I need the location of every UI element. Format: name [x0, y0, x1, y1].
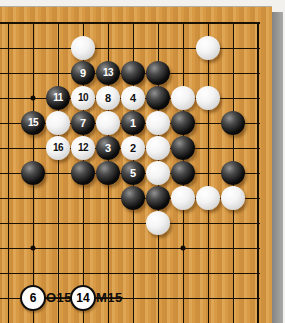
move-number: 16	[53, 143, 63, 153]
stone-L15	[46, 111, 70, 135]
go-board: 6O1514M1591311108415711612325	[0, 0, 285, 323]
stone-P16	[146, 86, 170, 110]
stone-R16	[196, 86, 220, 110]
grid-line-row-9	[0, 273, 260, 274]
stone-L16: 11	[46, 86, 70, 110]
caption-move-point-14: M15	[96, 290, 123, 305]
stone-P17	[146, 61, 170, 85]
stone-N16: 8	[96, 86, 120, 110]
move-number: 12	[78, 143, 88, 153]
grid-line-row-10	[0, 248, 260, 249]
caption-move-number: 6	[30, 292, 37, 304]
move-number: 5	[130, 168, 136, 179]
stone-K15: 15	[21, 111, 45, 135]
stone-M18	[71, 36, 95, 60]
stone-S15	[221, 111, 245, 135]
caption-move-stone-6: 6	[20, 285, 46, 311]
go-diagram: 6O1514M1591311108415711612325	[0, 0, 285, 323]
stone-O17	[121, 61, 145, 85]
stone-K13	[21, 161, 45, 185]
stone-L14: 16	[46, 136, 70, 160]
stone-N17: 13	[96, 61, 120, 85]
grid-line-col-J	[8, 23, 9, 323]
move-number: 15	[28, 118, 38, 128]
star-point-K16	[31, 96, 36, 101]
stone-Q12	[171, 186, 195, 210]
stone-S12	[221, 186, 245, 210]
move-number: 3	[105, 143, 111, 154]
stone-P14	[146, 136, 170, 160]
grid-line-col-R	[208, 23, 209, 323]
stone-S13	[221, 161, 245, 185]
caption-move-point-6: O15	[46, 290, 72, 305]
grid-line-col-L	[58, 23, 59, 323]
caption-move-stone-14: 14	[70, 285, 96, 311]
stone-M13	[71, 161, 95, 185]
stone-P11	[146, 211, 170, 235]
stone-O15: 1	[121, 111, 145, 135]
stone-N15	[96, 111, 120, 135]
stone-P12	[146, 186, 170, 210]
stone-M15: 7	[71, 111, 95, 135]
star-point-Q10	[181, 246, 186, 251]
stone-O13: 5	[121, 161, 145, 185]
stone-M16: 10	[71, 86, 95, 110]
stone-R12	[196, 186, 220, 210]
stone-P13	[146, 161, 170, 185]
move-number: 7	[80, 118, 86, 129]
grid-line-row-18	[0, 48, 260, 49]
move-number: 13	[103, 68, 113, 78]
move-number: 9	[80, 68, 86, 79]
stone-O14: 2	[121, 136, 145, 160]
stone-P15	[146, 111, 170, 135]
move-number: 1	[130, 118, 136, 129]
stone-O12	[121, 186, 145, 210]
stone-R18	[196, 36, 220, 60]
grid-line-row-11	[0, 223, 260, 224]
stone-N14: 3	[96, 136, 120, 160]
move-number: 8	[105, 93, 111, 104]
stone-Q15	[171, 111, 195, 135]
stone-M14: 12	[71, 136, 95, 160]
stone-Q13	[171, 161, 195, 185]
caption-move-number: 14	[76, 292, 89, 304]
stone-O16: 4	[121, 86, 145, 110]
stone-Q16	[171, 86, 195, 110]
grid-line-col-T	[257, 23, 259, 323]
stone-M17: 9	[71, 61, 95, 85]
move-number: 2	[130, 143, 136, 154]
move-number: 10	[78, 93, 88, 103]
grid-line-row-19	[0, 22, 260, 24]
move-number: 4	[130, 93, 136, 104]
stone-N13	[96, 161, 120, 185]
star-point-K10	[31, 246, 36, 251]
stone-Q14	[171, 136, 195, 160]
move-number: 11	[53, 93, 63, 103]
